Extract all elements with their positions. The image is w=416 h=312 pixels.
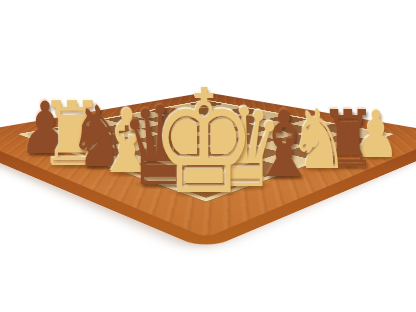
product-photo-stage: ♟♜♞♝♛♚♛♝♞♜♟ xyxy=(0,0,416,312)
piece-light-king: ♚ xyxy=(151,70,257,214)
pieces-layer: ♟♜♞♝♛♚♛♝♞♜♟ xyxy=(0,0,416,312)
